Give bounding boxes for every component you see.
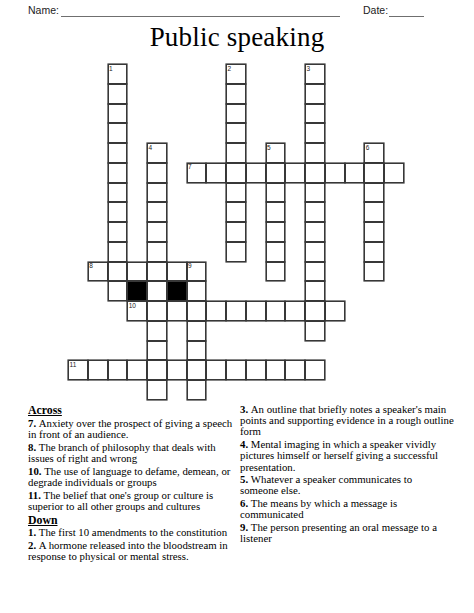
grid-cell[interactable] (226, 143, 246, 163)
grid-cell[interactable] (226, 202, 246, 222)
grid-cell[interactable] (147, 341, 167, 361)
grid-gap (345, 341, 365, 361)
grid-cell[interactable] (285, 360, 305, 380)
grid-gap (325, 360, 345, 380)
cell-number: 10 (129, 302, 136, 309)
grid-gap (325, 202, 345, 222)
grid-gap (206, 104, 226, 124)
grid-gap (167, 242, 187, 262)
cell-number: 6 (366, 144, 370, 151)
grid-gap (246, 341, 266, 361)
grid-gap (167, 321, 187, 341)
grid-gap (285, 242, 305, 262)
grid-gap (246, 202, 266, 222)
grid-gap (246, 104, 266, 124)
grid-gap (68, 222, 88, 242)
grid-gap (147, 64, 167, 84)
grid-cell[interactable] (187, 301, 207, 321)
grid-gap (246, 183, 266, 203)
grid-gap (266, 380, 286, 400)
grid-gap (88, 341, 108, 361)
grid-gap (88, 143, 108, 163)
grid-gap (187, 183, 207, 203)
grid-cell[interactable] (266, 183, 286, 203)
grid-cell[interactable] (325, 163, 345, 183)
grid-gap (325, 104, 345, 124)
grid-cell[interactable] (305, 360, 325, 380)
down-header: Down (28, 514, 240, 526)
grid-gap (266, 281, 286, 301)
grid-cell[interactable] (226, 222, 246, 242)
down-clue-list-right: 3. An outline that briefly notes a speak… (240, 404, 470, 544)
grid-gap (167, 104, 187, 124)
grid-cell[interactable] (127, 360, 147, 380)
grid-gap (364, 64, 384, 84)
cell-number: 9 (188, 262, 192, 269)
grid-cell[interactable] (305, 183, 325, 203)
grid-cell[interactable]: 8 (88, 262, 108, 282)
grid-gap (127, 321, 147, 341)
name-blank-line[interactable] (61, 6, 340, 17)
grid-cell[interactable] (364, 202, 384, 222)
grid-gap (127, 143, 147, 163)
grid-gap (88, 202, 108, 222)
grid-gap (167, 84, 187, 104)
grid-cell[interactable] (345, 163, 365, 183)
grid-cell[interactable] (305, 262, 325, 282)
grid-cell[interactable] (266, 301, 286, 321)
grid-gap (127, 380, 147, 400)
grid-gap (127, 242, 147, 262)
grid-cell[interactable] (206, 360, 226, 380)
grid-gap (364, 360, 384, 380)
grid-gap (285, 183, 305, 203)
grid-cell[interactable]: 9 (187, 262, 207, 282)
grid-cell[interactable]: 1 (108, 64, 128, 84)
cell-number: 4 (149, 144, 153, 151)
grid-gap (384, 143, 404, 163)
grid-cell[interactable] (108, 84, 128, 104)
grid-cell[interactable] (187, 341, 207, 361)
grid-cell[interactable] (108, 262, 128, 282)
grid-gap (167, 380, 187, 400)
grid-gap (127, 84, 147, 104)
grid-cell[interactable] (305, 202, 325, 222)
grid-gap (206, 202, 226, 222)
grid-cell[interactable] (147, 183, 167, 203)
grid-gap (226, 262, 246, 282)
grid-cell[interactable] (226, 84, 246, 104)
grid-cell[interactable] (206, 163, 226, 183)
grid-gap (68, 281, 88, 301)
grid-cell[interactable] (226, 301, 246, 321)
grid-cell[interactable] (226, 163, 246, 183)
grid-gap (167, 202, 187, 222)
grid-gap (88, 84, 108, 104)
grid-cell[interactable] (266, 360, 286, 380)
grid-gap (345, 183, 365, 203)
grid-gap (127, 341, 147, 361)
grid-gap (345, 321, 365, 341)
clue-3: 3. An outline that briefly notes a speak… (240, 404, 470, 438)
grid-gap (127, 222, 147, 242)
grid-gap (384, 202, 404, 222)
grid-cell[interactable] (305, 301, 325, 321)
cell-number: 11 (70, 361, 77, 368)
grid-gap (384, 222, 404, 242)
grid-gap (167, 183, 187, 203)
grid-cell[interactable] (206, 301, 226, 321)
grid-cell[interactable] (285, 163, 305, 183)
grid-gap (325, 123, 345, 143)
grid-gap (206, 281, 226, 301)
grid-gap (127, 163, 147, 183)
grid-gap (68, 104, 88, 124)
grid-cell[interactable] (147, 222, 167, 242)
grid-gap (246, 123, 266, 143)
grid-gap (285, 341, 305, 361)
grid-gap (108, 341, 128, 361)
crossword-worksheet: Name: Date: Public speaking 123456789101… (0, 0, 474, 613)
grid-cell[interactable] (364, 262, 384, 282)
grid-gap (384, 123, 404, 143)
grid-gap (127, 183, 147, 203)
cell-number: 7 (188, 163, 192, 170)
grid-gap (108, 380, 128, 400)
grid-gap (147, 84, 167, 104)
grid-gap (88, 281, 108, 301)
grid-gap (246, 64, 266, 84)
grid-gap (285, 104, 305, 124)
grid-cell[interactable] (108, 242, 128, 262)
grid-gap (68, 183, 88, 203)
grid-gap (88, 301, 108, 321)
grid-gap (384, 242, 404, 262)
grid-gap (345, 222, 365, 242)
grid-cell[interactable]: 7 (187, 163, 207, 183)
grid-gap (127, 64, 147, 84)
grid-gap (147, 104, 167, 124)
page-title: Public speaking (0, 22, 474, 53)
grid-gap (206, 64, 226, 84)
clue-10: 10. The use of language to defame, demea… (28, 466, 240, 488)
grid-gap (206, 262, 226, 282)
grid-gap (266, 104, 286, 124)
clues-left-column: Across 7. Anxiety over the prospect of g… (28, 404, 240, 564)
grid-gap (88, 242, 108, 262)
grid-cell[interactable] (167, 301, 187, 321)
grid-gap (206, 143, 226, 163)
grid-cell[interactable] (187, 321, 207, 341)
grid-cell[interactable] (305, 84, 325, 104)
grid-gap (88, 64, 108, 84)
grid-cell[interactable] (167, 360, 187, 380)
grid-cell[interactable] (147, 281, 167, 301)
clue-8: 8. The branch of philosophy that deals w… (28, 442, 240, 464)
cell-number: 1 (109, 65, 113, 72)
grid-cell[interactable] (305, 281, 325, 301)
grid-gap (68, 123, 88, 143)
grid-gap (187, 104, 207, 124)
grid-gap (345, 202, 365, 222)
grid-gap (384, 360, 404, 380)
grid-gap (108, 301, 128, 321)
grid-gap (384, 84, 404, 104)
grid-cell[interactable] (305, 321, 325, 341)
grid-gap (364, 380, 384, 400)
grid-cell[interactable] (147, 360, 167, 380)
grid-gap (206, 183, 226, 203)
grid-gap (345, 380, 365, 400)
grid-gap (384, 183, 404, 203)
grid-cell[interactable] (266, 163, 286, 183)
grid-cell[interactable] (88, 360, 108, 380)
grid-gap (285, 380, 305, 400)
grid-cell[interactable] (108, 281, 128, 301)
grid-cell[interactable] (147, 262, 167, 282)
grid-gap (345, 143, 365, 163)
grid-cell[interactable] (187, 380, 207, 400)
date-label: Date: (363, 4, 388, 16)
grid-gap (246, 242, 266, 262)
grid-gap (187, 222, 207, 242)
grid-gap (384, 321, 404, 341)
grid-cell[interactable] (187, 360, 207, 380)
grid-gap (285, 321, 305, 341)
grid-gap (108, 321, 128, 341)
grid-gap (246, 321, 266, 341)
grid-gap (127, 202, 147, 222)
grid-gap (345, 104, 365, 124)
grid-gap (285, 202, 305, 222)
grid-cell[interactable] (285, 301, 305, 321)
grid-cell[interactable]: 10 (127, 301, 147, 321)
clue-6: 6. The means by which a message is commu… (240, 498, 470, 520)
grid-gap (364, 341, 384, 361)
grid-gap (325, 64, 345, 84)
grid-gap (88, 104, 108, 124)
grid-cell[interactable] (325, 301, 345, 321)
grid-gap (345, 64, 365, 84)
black-cell (167, 281, 187, 301)
grid-cell[interactable]: 5 (266, 143, 286, 163)
grid-cell[interactable]: 4 (147, 143, 167, 163)
grid-gap (384, 281, 404, 301)
grid-gap (345, 242, 365, 262)
grid-gap (364, 84, 384, 104)
grid-gap (285, 123, 305, 143)
clue-7: 7. Anxiety over the prospect of giving a… (28, 418, 240, 440)
grid-gap (246, 281, 266, 301)
grid-gap (325, 262, 345, 282)
grid-gap (364, 321, 384, 341)
grid-cell[interactable] (108, 183, 128, 203)
grid-cell[interactable] (226, 123, 246, 143)
grid-gap (68, 64, 88, 84)
grid-gap (325, 341, 345, 361)
grid-gap (246, 380, 266, 400)
grid-gap (68, 202, 88, 222)
grid-cell[interactable] (167, 262, 187, 282)
black-cell (127, 281, 147, 301)
grid-cell[interactable] (147, 163, 167, 183)
grid-gap (325, 321, 345, 341)
grid-gap (167, 123, 187, 143)
across-clue-list: 7. Anxiety over the prospect of giving a… (28, 418, 240, 512)
grid-gap (147, 123, 167, 143)
grid-gap (364, 123, 384, 143)
grid-gap (266, 321, 286, 341)
grid-cell[interactable] (108, 143, 128, 163)
grid-gap (325, 242, 345, 262)
grid-gap (285, 84, 305, 104)
grid-gap (285, 262, 305, 282)
grid-gap (167, 222, 187, 242)
grid-cell[interactable] (246, 301, 266, 321)
grid-gap (88, 380, 108, 400)
grid-gap (206, 84, 226, 104)
grid-gap (266, 64, 286, 84)
crossword-grid: 1234567891011 (68, 64, 404, 400)
grid-gap (384, 262, 404, 282)
grid-gap (266, 341, 286, 361)
grid-cell[interactable] (266, 202, 286, 222)
grid-cell[interactable]: 11 (68, 360, 88, 380)
grid-gap (88, 123, 108, 143)
clue-1: 1. The first 10 amendments to the consti… (28, 527, 240, 538)
grid-gap (127, 104, 147, 124)
grid-gap (246, 222, 266, 242)
grid-gap (68, 262, 88, 282)
cell-number: 2 (228, 65, 232, 72)
clues-right-column: 3. An outline that briefly notes a speak… (240, 404, 470, 546)
grid-gap (345, 123, 365, 143)
grid-cell[interactable] (108, 123, 128, 143)
grid-cell[interactable] (384, 163, 404, 183)
grid-gap (68, 341, 88, 361)
grid-gap (345, 281, 365, 301)
grid-gap (206, 380, 226, 400)
grid-gap (285, 64, 305, 84)
grid-gap (167, 143, 187, 163)
grid-gap (325, 84, 345, 104)
grid-gap (88, 321, 108, 341)
grid-cell[interactable] (108, 222, 128, 242)
grid-cell[interactable] (108, 163, 128, 183)
grid-gap (285, 281, 305, 301)
grid-cell[interactable] (266, 242, 286, 262)
grid-gap (246, 262, 266, 282)
grid-gap (325, 183, 345, 203)
grid-cell[interactable] (266, 262, 286, 282)
grid-cell[interactable] (266, 222, 286, 242)
grid-cell[interactable] (226, 360, 246, 380)
grid-gap (384, 64, 404, 84)
grid-gap (187, 242, 207, 262)
grid-cell[interactable]: 2 (226, 64, 246, 84)
grid-cell[interactable] (364, 242, 384, 262)
grid-cell[interactable]: 3 (305, 64, 325, 84)
clue-9: 9. The person presenting an oral message… (240, 522, 470, 544)
down-clue-list-left: 1. The first 10 amendments to the consti… (28, 527, 240, 562)
grid-gap (68, 143, 88, 163)
grid-cell[interactable] (305, 242, 325, 262)
grid-cell[interactable] (305, 123, 325, 143)
grid-cell[interactable] (147, 242, 167, 262)
grid-cell[interactable] (108, 202, 128, 222)
grid-gap (364, 301, 384, 321)
grid-gap (187, 123, 207, 143)
grid-gap (384, 104, 404, 124)
grid-cell[interactable] (147, 321, 167, 341)
grid-gap (285, 222, 305, 242)
grid-cell[interactable] (226, 183, 246, 203)
grid-gap (345, 301, 365, 321)
grid-cell[interactable]: 6 (364, 143, 384, 163)
grid-cell[interactable] (127, 262, 147, 282)
grid-gap (167, 163, 187, 183)
grid-cell[interactable] (147, 380, 167, 400)
grid-gap (187, 84, 207, 104)
grid-cell[interactable] (364, 163, 384, 183)
grid-gap (206, 222, 226, 242)
grid-cell[interactable] (108, 104, 128, 124)
grid-gap (68, 163, 88, 183)
clue-2: 2. A hormone released into the bloodstre… (28, 540, 240, 562)
grid-gap (305, 341, 325, 361)
grid-cell[interactable] (305, 104, 325, 124)
grid-gap (88, 183, 108, 203)
grid-cell[interactable] (187, 281, 207, 301)
grid-cell[interactable] (147, 301, 167, 321)
grid-gap (226, 321, 246, 341)
grid-cell[interactable] (364, 222, 384, 242)
grid-cell[interactable] (147, 202, 167, 222)
grid-gap (187, 64, 207, 84)
grid-cell[interactable] (305, 222, 325, 242)
grid-gap (246, 143, 266, 163)
grid-cell[interactable] (305, 163, 325, 183)
date-blank-line[interactable] (389, 6, 424, 17)
clue-4: 4. Mental imaging in which a speaker viv… (240, 439, 470, 473)
grid-gap (384, 301, 404, 321)
grid-gap (384, 341, 404, 361)
grid-gap (325, 281, 345, 301)
clue-5: 5. Whatever a speaker communicates to so… (240, 474, 470, 496)
grid-gap (68, 380, 88, 400)
grid-cell[interactable] (226, 242, 246, 262)
grid-gap (246, 84, 266, 104)
grid-cell[interactable] (108, 360, 128, 380)
grid-gap (206, 123, 226, 143)
grid-cell[interactable] (246, 360, 266, 380)
grid-gap (266, 84, 286, 104)
grid-gap (226, 341, 246, 361)
grid-gap (88, 222, 108, 242)
grid-cell[interactable] (305, 143, 325, 163)
grid-gap (187, 143, 207, 163)
cell-number: 8 (89, 262, 93, 269)
grid-cell[interactable] (364, 183, 384, 203)
grid-cell[interactable] (246, 163, 266, 183)
grid-gap (187, 202, 207, 222)
grid-gap (364, 281, 384, 301)
grid-gap (325, 143, 345, 163)
grid-gap (68, 301, 88, 321)
grid-gap (167, 64, 187, 84)
grid-cell[interactable] (226, 104, 246, 124)
grid-gap (206, 321, 226, 341)
